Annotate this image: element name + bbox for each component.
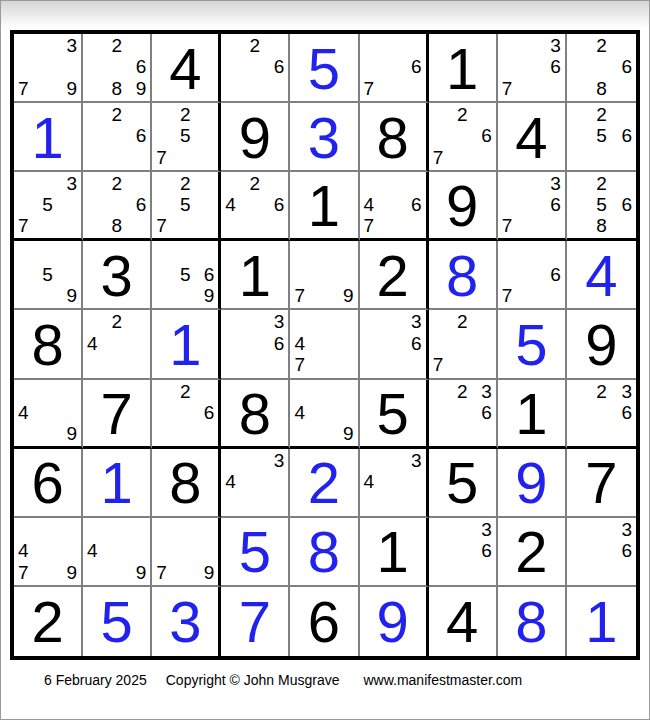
candidate-empty [433,540,453,561]
candidate-empty [57,194,77,215]
cell-r3c8[interactable]: 367 [498,172,567,241]
cell-r2c9[interactable]: 256 [567,103,636,172]
cell-r4c5[interactable]: 79 [290,241,359,310]
candidate-empty [294,381,314,402]
candidate-empty [521,194,541,215]
pencil-marks: 479 [14,518,81,585]
given-digit: 8 [239,385,271,443]
candidate-empty [364,492,383,513]
cell-r5c9[interactable]: 9 [567,310,636,379]
candidate-8: 8 [591,78,611,99]
candidate-empty [402,78,421,99]
candidate-empty [472,311,492,332]
cell-r9c6[interactable]: 9 [360,587,429,656]
cell-r5c8[interactable]: 5 [498,310,567,379]
candidate-9: 9 [57,285,77,306]
cell-r4c3[interactable]: 569 [152,241,221,310]
candidate-9: 9 [334,285,354,306]
candidate-4: 4 [364,194,383,215]
footer: 6 February 2025Copyright © John Musgrave… [44,672,522,688]
candidate-3: 3 [472,519,492,540]
given-digit: 1 [515,385,547,443]
candidate-empty [156,285,175,306]
candidate-empty [107,519,127,540]
cell-r6c9[interactable]: 236 [567,380,636,449]
candidate-empty [383,471,402,492]
cell-r6c3[interactable]: 26 [152,380,221,449]
cell-r5c6[interactable]: 36 [360,310,429,379]
candidate-8: 8 [591,215,611,236]
cell-r1c3[interactable]: 4 [152,34,221,103]
candidate-empty [38,423,58,444]
candidate-empty [57,540,77,561]
cell-r3c5[interactable]: 1 [290,172,359,241]
cell-r4c9[interactable]: 4 [567,241,636,310]
candidate-empty [314,333,334,354]
cell-r2c2[interactable]: 26 [83,103,152,172]
given-digit: 1 [239,247,271,305]
cell-r8c7[interactable]: 36 [429,518,498,587]
candidate-empty [127,311,147,332]
candidate-7: 7 [433,147,453,168]
candidate-4: 4 [294,402,314,423]
candidate-empty [571,540,591,561]
entered-digit: 1 [31,109,63,167]
pencil-marks: 26 [152,380,218,446]
candidate-7: 7 [156,215,175,236]
candidate-3: 3 [57,173,77,194]
cell-r4c6[interactable]: 2 [360,241,429,310]
candidate-empty [591,423,611,444]
candidate-empty [245,56,265,77]
cell-r1c9[interactable]: 268 [567,34,636,103]
cell-r9c4[interactable]: 7 [221,587,290,656]
candidate-empty [127,173,147,194]
candidate-empty [541,242,561,263]
cell-r1c5[interactable]: 5 [290,34,359,103]
candidate-empty [265,471,285,492]
pencil-marks: 256 [567,103,636,170]
candidate-empty [472,354,492,375]
candidate-empty [571,147,591,168]
cell-r6c5[interactable]: 49 [290,380,359,449]
pencil-marks: 36 [567,518,636,585]
candidate-empty [433,562,453,583]
cell-r2c7[interactable]: 267 [429,103,498,172]
cell-r1c7[interactable]: 1 [429,34,498,103]
cell-r4c1[interactable]: 59 [14,241,83,310]
cell-r4c4[interactable]: 1 [221,241,290,310]
cell-r5c4[interactable]: 36 [221,310,290,379]
cell-r1c4[interactable]: 26 [221,34,290,103]
candidate-empty [156,125,175,146]
candidate-empty [176,540,195,561]
cell-r1c8[interactable]: 367 [498,34,567,103]
candidate-empty [294,423,314,444]
candidate-6: 6 [402,194,421,215]
given-digit: 8 [169,454,201,512]
entered-digit: 8 [446,247,478,305]
candidate-4: 4 [87,540,107,561]
cell-r6c4[interactable]: 8 [221,380,290,449]
candidate-empty [156,194,175,215]
candidate-empty [334,311,354,332]
candidate-empty [127,354,147,375]
entered-digit: 5 [101,593,133,651]
cell-r8c1[interactable]: 479 [14,518,83,587]
cell-r5c3[interactable]: 1 [152,310,221,379]
candidate-empty [571,562,591,583]
pencil-marks: 257 [152,103,218,170]
candidate-empty [314,311,334,332]
candidate-3: 3 [541,173,561,194]
cell-r1c2[interactable]: 2689 [83,34,152,103]
candidate-empty [225,354,245,375]
pencil-marks: 67 [498,241,565,308]
cell-r5c2[interactable]: 24 [83,310,152,379]
candidate-empty [107,540,127,561]
cell-r9c5[interactable]: 6 [290,587,359,656]
candidate-2: 2 [107,173,127,194]
candidate-2: 2 [176,104,195,125]
candidate-empty [195,147,214,168]
candidate-empty [364,35,383,56]
candidate-empty [127,215,147,236]
candidate-5: 5 [176,125,195,146]
candidate-empty [612,423,632,444]
given-digit: 3 [101,247,133,305]
candidate-empty [433,333,453,354]
candidate-empty [364,333,383,354]
candidate-empty [87,35,107,56]
pencil-marks: 26 [83,103,150,170]
cell-r3c9[interactable]: 2568 [567,172,636,241]
candidate-empty [433,311,453,332]
candidate-empty [195,423,214,444]
candidate-empty [18,56,38,77]
candidate-7: 7 [364,215,383,236]
pencil-marks: 268 [567,34,636,101]
candidate-empty [87,147,107,168]
candidate-empty [107,56,127,77]
candidate-empty [591,402,611,423]
candidate-empty [87,562,107,583]
candidate-empty [383,450,402,471]
cell-r7c7[interactable]: 5 [429,449,498,518]
candidate-empty [521,56,541,77]
cell-r7c1[interactable]: 6 [14,449,83,518]
candidate-empty [383,354,402,375]
given-digit: 2 [376,247,408,305]
candidate-4: 4 [225,194,245,215]
candidate-empty [18,264,38,285]
candidate-empty [18,381,38,402]
candidate-empty [38,242,58,263]
candidate-empty [314,381,334,402]
entered-digit: 5 [239,523,271,581]
given-digit: 2 [31,593,63,651]
candidate-empty [265,173,285,194]
candidate-5: 5 [176,194,195,215]
pencil-marks: 34 [221,449,288,516]
given-digit: 9 [446,177,478,235]
candidate-2: 2 [176,381,195,402]
pencil-marks: 49 [290,380,357,446]
cell-r1c1[interactable]: 379 [14,34,83,103]
candidate-3: 3 [472,381,492,402]
candidate-empty [383,56,402,77]
candidate-empty [383,194,402,215]
candidate-empty [571,215,591,236]
candidate-7: 7 [18,215,38,236]
cell-r9c7[interactable]: 4 [429,587,498,656]
cell-r6c7[interactable]: 236 [429,380,498,449]
cell-r3c1[interactable]: 357 [14,172,83,241]
candidate-empty [591,540,611,561]
candidate-6: 6 [612,402,632,423]
candidate-empty [334,354,354,375]
candidate-empty [612,147,632,168]
candidate-7: 7 [502,78,522,99]
candidate-empty [156,402,175,423]
candidate-empty [612,562,632,583]
candidate-empty [265,215,285,236]
candidate-9: 9 [127,562,147,583]
candidate-empty [521,242,541,263]
cell-r6c6[interactable]: 5 [360,380,429,449]
cell-r2c1[interactable]: 1 [14,103,83,172]
cell-r3c4[interactable]: 246 [221,172,290,241]
candidate-empty [107,125,127,146]
candidate-7: 7 [156,147,175,168]
candidate-empty [176,562,195,583]
candidate-5: 5 [591,194,611,215]
cell-r3c6[interactable]: 467 [360,172,429,241]
candidate-7: 7 [294,285,314,306]
cell-r3c2[interactable]: 268 [83,172,152,241]
candidate-2: 2 [591,173,611,194]
candidate-5: 5 [38,264,58,285]
cell-r9c8[interactable]: 8 [498,587,567,656]
cell-r8c3[interactable]: 79 [152,518,221,587]
candidate-empty [156,540,175,561]
candidate-empty [314,285,334,306]
cell-r2c3[interactable]: 257 [152,103,221,172]
candidate-empty [364,56,383,77]
candidate-empty [107,333,127,354]
candidate-empty [383,78,402,99]
candidate-6: 6 [472,125,492,146]
candidate-empty [195,519,214,540]
candidate-empty [38,402,58,423]
entered-digit: 5 [308,40,340,98]
candidate-empty [156,423,175,444]
cell-r7c6[interactable]: 34 [360,449,429,518]
candidate-empty [195,104,214,125]
cell-r7c8[interactable]: 9 [498,449,567,518]
cell-r4c7[interactable]: 8 [429,241,498,310]
candidate-empty [433,402,453,423]
candidate-empty [472,147,492,168]
candidate-empty [57,264,77,285]
given-digit: 5 [446,454,478,512]
candidate-empty [225,78,245,99]
candidate-2: 2 [107,311,127,332]
cell-r9c1[interactable]: 2 [14,587,83,656]
cell-r5c7[interactable]: 27 [429,310,498,379]
candidate-empty [265,78,285,99]
pencil-marks: 2568 [567,172,636,238]
candidate-7: 7 [18,562,38,583]
candidate-empty [87,173,107,194]
candidate-empty [472,423,492,444]
candidate-empty [571,56,591,77]
candidate-empty [127,104,147,125]
cell-r7c2[interactable]: 1 [83,449,152,518]
cell-r9c9[interactable]: 1 [567,587,636,656]
cell-r5c5[interactable]: 47 [290,310,359,379]
entered-digit: 5 [515,316,547,374]
cell-r6c2[interactable]: 7 [83,380,152,449]
candidate-empty [541,285,561,306]
candidate-3: 3 [402,450,421,471]
cell-r7c9[interactable]: 7 [567,449,636,518]
cell-r8c5[interactable]: 8 [290,518,359,587]
candidate-2: 2 [245,35,265,56]
cell-r7c3[interactable]: 8 [152,449,221,518]
candidate-empty [433,423,453,444]
candidate-empty [314,354,334,375]
cell-r8c9[interactable]: 36 [567,518,636,587]
candidate-6: 6 [195,264,214,285]
candidate-empty [521,285,541,306]
candidate-5: 5 [591,125,611,146]
candidate-6: 6 [541,264,561,285]
cell-r3c7[interactable]: 9 [429,172,498,241]
candidate-empty [402,471,421,492]
cell-r7c5[interactable]: 2 [290,449,359,518]
candidate-empty [57,402,77,423]
cell-r9c2[interactable]: 5 [83,587,152,656]
candidate-empty [18,285,38,306]
candidate-empty [38,35,58,56]
candidate-empty [225,215,245,236]
candidate-empty [502,56,522,77]
candidate-empty [107,354,127,375]
candidate-4: 4 [18,402,38,423]
candidate-empty [571,519,591,540]
candidate-empty [383,173,402,194]
candidate-2: 2 [452,311,472,332]
candidate-empty [364,354,383,375]
given-digit: 1 [446,40,478,98]
cell-r1c6[interactable]: 67 [360,34,429,103]
cell-r2c8[interactable]: 4 [498,103,567,172]
pencil-marks: 267 [429,103,496,170]
candidate-empty [571,423,591,444]
candidate-9: 9 [127,78,147,99]
candidate-empty [57,56,77,77]
pencil-marks: 2689 [83,34,150,101]
cell-r5c1[interactable]: 8 [14,310,83,379]
candidate-empty [87,78,107,99]
cell-r7c4[interactable]: 34 [221,449,290,518]
candidate-3: 3 [402,311,421,332]
cell-r6c8[interactable]: 1 [498,380,567,449]
candidate-empty [612,78,632,99]
cell-r8c4[interactable]: 5 [221,518,290,587]
sudoku-page: 3792689426567136726812625793826742563572… [0,0,650,720]
cell-r8c8[interactable]: 2 [498,518,567,587]
cell-r8c6[interactable]: 1 [360,518,429,587]
candidate-empty [294,264,314,285]
candidate-empty [156,519,175,540]
entered-digit: 9 [515,454,547,512]
cell-r6c1[interactable]: 49 [14,380,83,449]
candidate-empty [176,285,195,306]
entered-digit: 8 [515,593,547,651]
candidate-empty [452,402,472,423]
candidate-empty [195,173,214,194]
candidate-4: 4 [294,333,314,354]
candidate-empty [383,311,402,332]
candidate-empty [571,78,591,99]
candidate-empty [571,402,591,423]
candidate-empty [245,78,265,99]
cell-r4c2[interactable]: 3 [83,241,152,310]
pencil-marks: 49 [14,380,81,446]
candidate-empty [521,78,541,99]
candidate-2: 2 [245,173,265,194]
entered-digit: 1 [585,593,617,651]
candidate-empty [383,35,402,56]
candidate-empty [433,104,453,125]
given-digit: 8 [376,109,408,167]
candidate-empty [225,35,245,56]
candidate-empty [383,215,402,236]
candidate-empty [334,381,354,402]
candidate-7: 7 [18,78,38,99]
candidate-empty [57,519,77,540]
candidate-3: 3 [612,381,632,402]
cell-r9c3[interactable]: 3 [152,587,221,656]
candidate-empty [571,381,591,402]
pencil-marks: 367 [498,34,565,101]
candidate-empty [265,354,285,375]
candidate-empty [38,519,58,540]
footer-date: 6 February 2025 [44,672,147,688]
candidate-empty [334,402,354,423]
candidate-empty [127,519,147,540]
candidate-empty [383,333,402,354]
cell-r2c6[interactable]: 8 [360,103,429,172]
cell-r2c5[interactable]: 3 [290,103,359,172]
candidate-6: 6 [127,194,147,215]
cell-r8c2[interactable]: 49 [83,518,152,587]
entered-digit: 8 [308,523,340,581]
candidate-empty [571,194,591,215]
candidate-empty [383,492,402,513]
cell-r2c4[interactable]: 9 [221,103,290,172]
candidate-empty [176,423,195,444]
candidate-empty [225,450,245,471]
cell-r4c8[interactable]: 67 [498,241,567,310]
candidate-empty [521,215,541,236]
candidate-7: 7 [502,285,522,306]
candidate-empty [38,78,58,99]
candidate-6: 6 [612,125,632,146]
cell-r3c3[interactable]: 257 [152,172,221,241]
